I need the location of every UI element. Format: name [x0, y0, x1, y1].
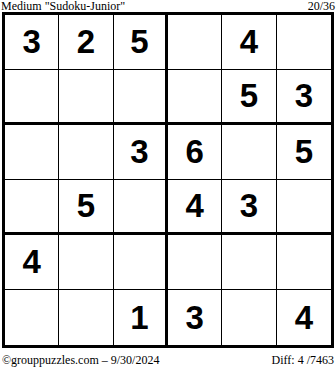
- cell-r5c5[interactable]: [222, 235, 276, 290]
- sudoku-board: 3254533655434134: [2, 12, 334, 348]
- cell-r1c2: 2: [59, 15, 113, 70]
- cell-r4c4: 4: [168, 180, 222, 235]
- cell-r3c6: 5: [277, 125, 331, 180]
- cell-r5c3[interactable]: [114, 235, 168, 290]
- cell-r5c4[interactable]: [168, 235, 222, 290]
- cell-r3c2[interactable]: [59, 125, 113, 180]
- cell-r2c4[interactable]: [168, 70, 222, 125]
- cell-r4c1[interactable]: [5, 180, 59, 235]
- cell-r1c4[interactable]: [168, 15, 222, 70]
- cell-r6c3: 1: [114, 290, 168, 345]
- difficulty-text: Diff: 4 /7463: [272, 353, 334, 367]
- header: Medium "Sudoku-Junior" 20/36: [0, 0, 336, 12]
- cell-r3c1[interactable]: [5, 125, 59, 180]
- cell-r2c1[interactable]: [5, 70, 59, 125]
- cell-r4c5: 3: [222, 180, 276, 235]
- cell-r5c1: 4: [5, 235, 59, 290]
- puzzle-title: Medium "Sudoku-Junior": [1, 0, 125, 12]
- cell-r1c3: 5: [114, 15, 168, 70]
- cell-r6c2[interactable]: [59, 290, 113, 345]
- cell-r1c1: 3: [5, 15, 59, 70]
- cell-r4c6[interactable]: [277, 180, 331, 235]
- cell-r6c5[interactable]: [222, 290, 276, 345]
- cell-r1c5: 4: [222, 15, 276, 70]
- cell-r5c2[interactable]: [59, 235, 113, 290]
- cell-r6c1[interactable]: [5, 290, 59, 345]
- cell-r4c2: 5: [59, 180, 113, 235]
- cell-r3c3: 3: [114, 125, 168, 180]
- cell-r6c4: 3: [168, 290, 222, 345]
- cell-r5c6[interactable]: [277, 235, 331, 290]
- cell-r6c6: 4: [277, 290, 331, 345]
- footer: ©grouppuzzles.com – 9/30/2024 Diff: 4 /7…: [0, 348, 336, 370]
- copyright-text: ©grouppuzzles.com – 9/30/2024: [2, 353, 159, 367]
- progress-counter: 20/36: [308, 0, 335, 12]
- cell-r4c3[interactable]: [114, 180, 168, 235]
- cell-r1c6[interactable]: [277, 15, 331, 70]
- cell-r2c3[interactable]: [114, 70, 168, 125]
- cell-r3c5[interactable]: [222, 125, 276, 180]
- cell-r2c6: 3: [277, 70, 331, 125]
- cell-r2c2[interactable]: [59, 70, 113, 125]
- cell-r2c5: 5: [222, 70, 276, 125]
- cell-r3c4: 6: [168, 125, 222, 180]
